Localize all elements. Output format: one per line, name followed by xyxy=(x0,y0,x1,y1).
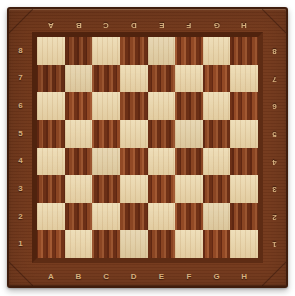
playing-surface xyxy=(32,32,263,263)
square-e4[interactable] xyxy=(148,148,176,176)
file-label-top-b: B xyxy=(65,18,93,32)
file-label-top-g: G xyxy=(203,18,231,32)
square-e8[interactable] xyxy=(148,37,176,65)
square-c2[interactable] xyxy=(92,203,120,231)
square-h1[interactable] xyxy=(230,230,258,258)
file-label-bottom-b: B xyxy=(65,263,93,286)
square-f7[interactable] xyxy=(175,65,203,93)
chess-board: ABCDEFGH ABCDEFGH 87654321 87654321 xyxy=(7,7,288,288)
photo-background: ABCDEFGH ABCDEFGH 87654321 87654321 xyxy=(0,0,295,296)
square-d6[interactable] xyxy=(120,92,148,120)
rank-label-left-1: 1 xyxy=(9,230,32,258)
square-c6[interactable] xyxy=(92,92,120,120)
square-b4[interactable] xyxy=(65,148,93,176)
square-f8[interactable] xyxy=(175,37,203,65)
square-d1[interactable] xyxy=(120,230,148,258)
square-a6[interactable] xyxy=(37,92,65,120)
square-h3[interactable] xyxy=(230,175,258,203)
square-b5[interactable] xyxy=(65,120,93,148)
square-h5[interactable] xyxy=(230,120,258,148)
file-label-top-d: D xyxy=(120,18,148,32)
square-a7[interactable] xyxy=(37,65,65,93)
square-d3[interactable] xyxy=(120,175,148,203)
square-g1[interactable] xyxy=(203,230,231,258)
square-g5[interactable] xyxy=(203,120,231,148)
square-a2[interactable] xyxy=(37,203,65,231)
square-g4[interactable] xyxy=(203,148,231,176)
square-f6[interactable] xyxy=(175,92,203,120)
rank-label-right-7: 7 xyxy=(263,65,286,93)
square-f3[interactable] xyxy=(175,175,203,203)
file-label-top-e: E xyxy=(148,18,176,32)
square-a8[interactable] xyxy=(37,37,65,65)
square-a1[interactable] xyxy=(37,230,65,258)
rank-label-right-5: 5 xyxy=(263,120,286,148)
square-d8[interactable] xyxy=(120,37,148,65)
square-a3[interactable] xyxy=(37,175,65,203)
file-label-top-a: A xyxy=(37,18,65,32)
square-g7[interactable] xyxy=(203,65,231,93)
square-e3[interactable] xyxy=(148,175,176,203)
square-b7[interactable] xyxy=(65,65,93,93)
square-c8[interactable] xyxy=(92,37,120,65)
rank-label-right-8: 8 xyxy=(263,37,286,65)
square-a5[interactable] xyxy=(37,120,65,148)
square-b6[interactable] xyxy=(65,92,93,120)
square-h7[interactable] xyxy=(230,65,258,93)
rank-labels-right: 87654321 xyxy=(263,37,286,258)
rank-label-left-6: 6 xyxy=(9,92,32,120)
square-f4[interactable] xyxy=(175,148,203,176)
rank-label-left-5: 5 xyxy=(9,120,32,148)
file-label-top-f: F xyxy=(175,18,203,32)
square-e7[interactable] xyxy=(148,65,176,93)
rank-label-left-4: 4 xyxy=(9,148,32,176)
frame-miter-top-right xyxy=(262,9,286,33)
file-label-bottom-a: A xyxy=(37,263,65,286)
square-c7[interactable] xyxy=(92,65,120,93)
square-g8[interactable] xyxy=(203,37,231,65)
square-b2[interactable] xyxy=(65,203,93,231)
square-c5[interactable] xyxy=(92,120,120,148)
square-f1[interactable] xyxy=(175,230,203,258)
rank-label-left-3: 3 xyxy=(9,175,32,203)
square-h8[interactable] xyxy=(230,37,258,65)
square-g3[interactable] xyxy=(203,175,231,203)
rank-label-right-3: 3 xyxy=(263,175,286,203)
square-e5[interactable] xyxy=(148,120,176,148)
square-d4[interactable] xyxy=(120,148,148,176)
file-labels-bottom: ABCDEFGH xyxy=(37,263,258,286)
square-b3[interactable] xyxy=(65,175,93,203)
board-squares xyxy=(37,37,258,258)
square-a4[interactable] xyxy=(37,148,65,176)
rank-label-right-1: 1 xyxy=(263,230,286,258)
square-e6[interactable] xyxy=(148,92,176,120)
square-c1[interactable] xyxy=(92,230,120,258)
square-b1[interactable] xyxy=(65,230,93,258)
file-label-bottom-e: E xyxy=(148,263,176,286)
square-c4[interactable] xyxy=(92,148,120,176)
file-label-bottom-h: H xyxy=(230,263,258,286)
frame-miter-bottom-right xyxy=(262,262,286,286)
file-label-top-h: H xyxy=(230,18,258,32)
square-g2[interactable] xyxy=(203,203,231,231)
file-label-bottom-f: F xyxy=(175,263,203,286)
square-h2[interactable] xyxy=(230,203,258,231)
square-f2[interactable] xyxy=(175,203,203,231)
square-b8[interactable] xyxy=(65,37,93,65)
square-e2[interactable] xyxy=(148,203,176,231)
rank-labels-left: 87654321 xyxy=(9,37,32,258)
file-label-bottom-d: D xyxy=(120,263,148,286)
square-g6[interactable] xyxy=(203,92,231,120)
frame-miter-top-left xyxy=(9,9,33,33)
rank-label-right-6: 6 xyxy=(263,92,286,120)
square-d7[interactable] xyxy=(120,65,148,93)
square-h6[interactable] xyxy=(230,92,258,120)
file-labels-top: ABCDEFGH xyxy=(37,9,258,32)
square-c3[interactable] xyxy=(92,175,120,203)
rank-label-left-8: 8 xyxy=(9,37,32,65)
file-label-bottom-c: C xyxy=(92,263,120,286)
rank-label-left-7: 7 xyxy=(9,65,32,93)
square-e1[interactable] xyxy=(148,230,176,258)
file-label-bottom-g: G xyxy=(203,263,231,286)
square-d2[interactable] xyxy=(120,203,148,231)
file-label-top-c: C xyxy=(92,18,120,32)
square-h4[interactable] xyxy=(230,148,258,176)
square-d5[interactable] xyxy=(120,120,148,148)
rank-label-left-2: 2 xyxy=(9,203,32,231)
rank-label-right-2: 2 xyxy=(263,203,286,231)
square-f5[interactable] xyxy=(175,120,203,148)
frame-miter-bottom-left xyxy=(9,262,33,286)
rank-label-right-4: 4 xyxy=(263,148,286,176)
